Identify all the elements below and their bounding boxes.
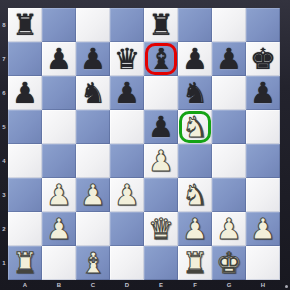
black-bishop-e7[interactable]: ♝: [148, 42, 174, 76]
white-bishop-c1[interactable]: ♝: [80, 246, 106, 280]
square-a3[interactable]: [8, 178, 42, 212]
square-b4[interactable]: [42, 144, 76, 178]
white-pawn-e4[interactable]: ♟: [148, 144, 174, 178]
file-label-e: E: [144, 280, 178, 290]
square-d3[interactable]: ♟: [110, 178, 144, 212]
square-a5[interactable]: [8, 110, 42, 144]
square-f8[interactable]: [178, 8, 212, 42]
square-b3[interactable]: ♟: [42, 178, 76, 212]
square-f2[interactable]: ♟: [178, 212, 212, 246]
black-rook-e8[interactable]: ♜: [148, 8, 174, 42]
white-king-g1[interactable]: ♚: [216, 246, 242, 280]
square-b2[interactable]: ♟: [42, 212, 76, 246]
rank-label-5: 5: [0, 110, 8, 144]
white-pawn-c3[interactable]: ♟: [80, 178, 106, 212]
white-pawn-h2[interactable]: ♟: [250, 212, 276, 246]
black-pawn-a6[interactable]: ♟: [12, 76, 38, 110]
square-g1[interactable]: ♚: [212, 246, 246, 280]
white-knight-f3[interactable]: ♞: [182, 178, 208, 212]
square-g2[interactable]: ♟: [212, 212, 246, 246]
square-b1[interactable]: [42, 246, 76, 280]
square-f1[interactable]: ♜: [178, 246, 212, 280]
square-g8[interactable]: [212, 8, 246, 42]
rank-label-1: 1: [0, 246, 8, 280]
rank-label-8: 8: [0, 8, 8, 42]
white-pawn-b2[interactable]: ♟: [46, 212, 72, 246]
white-pawn-g2[interactable]: ♟: [216, 212, 242, 246]
square-d5[interactable]: [110, 110, 144, 144]
square-f7[interactable]: ♟: [178, 42, 212, 76]
black-pawn-h6[interactable]: ♟: [250, 76, 276, 110]
square-g7[interactable]: ♟: [212, 42, 246, 76]
square-e6[interactable]: [144, 76, 178, 110]
square-h7[interactable]: ♚: [246, 42, 280, 76]
black-pawn-b7[interactable]: ♟: [46, 42, 72, 76]
square-c8[interactable]: [76, 8, 110, 42]
square-h3[interactable]: [246, 178, 280, 212]
file-label-b: B: [42, 280, 76, 290]
square-f6[interactable]: ♞: [178, 76, 212, 110]
square-c7[interactable]: ♟: [76, 42, 110, 76]
square-b8[interactable]: [42, 8, 76, 42]
square-d6[interactable]: ♟: [110, 76, 144, 110]
square-b5[interactable]: [42, 110, 76, 144]
white-rook-f1[interactable]: ♜: [182, 246, 208, 280]
square-e3[interactable]: [144, 178, 178, 212]
rank-label-7: 7: [0, 42, 8, 76]
white-pawn-d3[interactable]: ♟: [114, 178, 140, 212]
square-d2[interactable]: [110, 212, 144, 246]
square-g4[interactable]: [212, 144, 246, 178]
square-g6[interactable]: [212, 76, 246, 110]
square-c6[interactable]: ♞: [76, 76, 110, 110]
square-a7[interactable]: [8, 42, 42, 76]
file-label-c: C: [76, 280, 110, 290]
file-label-f: F: [178, 280, 212, 290]
white-knight-f5[interactable]: ♞: [182, 110, 208, 144]
chess-board: ♜♜♟♟♛♝♟♟♚♟♞♟♞♟♟♞♟♟♟♟♞♟♛♟♟♟♜♝♜♚: [8, 8, 280, 280]
black-pawn-c7[interactable]: ♟: [80, 42, 106, 76]
file-label-d: D: [110, 280, 144, 290]
square-a6[interactable]: ♟: [8, 76, 42, 110]
square-b7[interactable]: ♟: [42, 42, 76, 76]
file-label-a: A: [8, 280, 42, 290]
square-f4[interactable]: [178, 144, 212, 178]
white-rook-a1[interactable]: ♜: [12, 246, 38, 280]
square-c4[interactable]: [76, 144, 110, 178]
square-h4[interactable]: [246, 144, 280, 178]
square-a2[interactable]: [8, 212, 42, 246]
file-label-h: H: [246, 280, 280, 290]
square-d7[interactable]: ♛: [110, 42, 144, 76]
square-h1[interactable]: [246, 246, 280, 280]
resize-handle-dot: [285, 285, 288, 288]
square-h8[interactable]: [246, 8, 280, 42]
black-knight-f6[interactable]: ♞: [182, 76, 208, 110]
black-king-h7[interactable]: ♚: [250, 42, 276, 76]
square-g5[interactable]: [212, 110, 246, 144]
white-pawn-f2[interactable]: ♟: [182, 212, 208, 246]
square-a4[interactable]: [8, 144, 42, 178]
square-d4[interactable]: [110, 144, 144, 178]
square-e1[interactable]: [144, 246, 178, 280]
rank-label-3: 3: [0, 178, 8, 212]
chess-board-window: ♜♜♟♟♛♝♟♟♚♟♞♟♞♟♟♞♟♟♟♟♞♟♛♟♟♟♜♝♜♚ 87654321A…: [0, 0, 290, 290]
black-pawn-g7[interactable]: ♟: [216, 42, 242, 76]
square-a8[interactable]: ♜: [8, 8, 42, 42]
rank-label-6: 6: [0, 76, 8, 110]
square-e7[interactable]: ♝: [144, 42, 178, 76]
white-pawn-b3[interactable]: ♟: [46, 178, 72, 212]
square-h5[interactable]: [246, 110, 280, 144]
square-c3[interactable]: ♟: [76, 178, 110, 212]
square-c1[interactable]: ♝: [76, 246, 110, 280]
rank-label-4: 4: [0, 144, 8, 178]
square-h6[interactable]: ♟: [246, 76, 280, 110]
square-h2[interactable]: ♟: [246, 212, 280, 246]
white-queen-e2[interactable]: ♛: [148, 212, 174, 246]
square-e8[interactable]: ♜: [144, 8, 178, 42]
black-rook-a8[interactable]: ♜: [12, 8, 38, 42]
black-knight-c6[interactable]: ♞: [80, 76, 106, 110]
black-pawn-d6[interactable]: ♟: [114, 76, 140, 110]
black-pawn-e5[interactable]: ♟: [148, 110, 174, 144]
square-e5[interactable]: ♟: [144, 110, 178, 144]
square-d8[interactable]: [110, 8, 144, 42]
file-label-g: G: [212, 280, 246, 290]
rank-label-2: 2: [0, 212, 8, 246]
black-pawn-f7[interactable]: ♟: [182, 42, 208, 76]
square-e2[interactable]: ♛: [144, 212, 178, 246]
square-c5[interactable]: [76, 110, 110, 144]
square-f3[interactable]: ♞: [178, 178, 212, 212]
square-f5[interactable]: ♞: [178, 110, 212, 144]
black-queen-d7[interactable]: ♛: [114, 42, 140, 76]
square-b6[interactable]: [42, 76, 76, 110]
square-d1[interactable]: [110, 246, 144, 280]
square-e4[interactable]: ♟: [144, 144, 178, 178]
square-g3[interactable]: [212, 178, 246, 212]
square-a1[interactable]: ♜: [8, 246, 42, 280]
square-c2[interactable]: [76, 212, 110, 246]
